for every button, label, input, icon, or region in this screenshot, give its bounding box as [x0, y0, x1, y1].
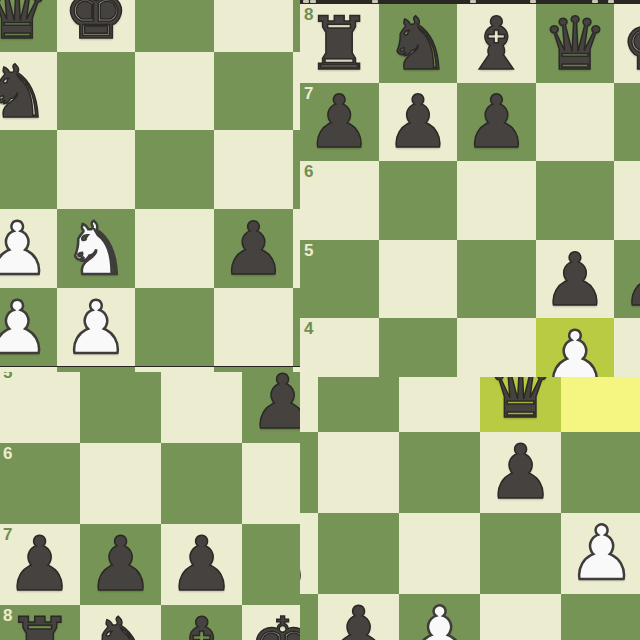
board-quadrant-top-right: 8♜♞♝♛♚7♟♟♟65♟♟4♟	[300, 0, 640, 377]
square[interactable]: 7♟	[300, 83, 379, 162]
rank-label: 8	[304, 6, 313, 23]
black-pawn[interactable]: ♟	[168, 527, 235, 602]
square[interactable]	[457, 161, 536, 240]
square[interactable]	[561, 377, 640, 432]
square[interactable]	[614, 318, 640, 377]
square[interactable]: ♟	[379, 83, 458, 162]
square[interactable]	[318, 377, 399, 432]
square[interactable]: ♟	[80, 524, 161, 605]
square[interactable]	[214, 130, 293, 209]
toolbar-text-speck	[530, 0, 536, 3]
white-pawn[interactable]: ♟	[406, 597, 473, 640]
square[interactable]	[293, 209, 300, 288]
square[interactable]	[480, 594, 561, 640]
square[interactable]: ♟	[399, 594, 480, 640]
square[interactable]	[161, 443, 242, 524]
black-pawn[interactable]: ♟	[307, 85, 372, 158]
black-pawn[interactable]: ♟	[325, 597, 392, 640]
square[interactable]	[135, 288, 214, 367]
square[interactable]: ♟	[614, 240, 640, 319]
square[interactable]	[399, 377, 480, 432]
square[interactable]: 5	[300, 240, 379, 319]
square[interactable]: ♞	[57, 209, 136, 288]
black-knight[interactable]: ♞	[0, 55, 50, 128]
square[interactable]	[135, 130, 214, 209]
black-queen[interactable]: ♛	[487, 377, 554, 429]
square[interactable]: ♟	[242, 372, 300, 443]
square[interactable]	[80, 372, 161, 443]
black-pawn[interactable]: ♟	[542, 243, 607, 316]
square[interactable]: ♟	[161, 524, 242, 605]
toolbar-text-speck	[303, 0, 309, 3]
square[interactable]	[0, 130, 57, 209]
square[interactable]: 6	[0, 443, 80, 524]
square[interactable]: ♞	[0, 52, 57, 131]
square[interactable]: ♛	[536, 4, 615, 83]
square[interactable]	[399, 513, 480, 594]
black-pawn[interactable]: ♟	[621, 243, 640, 316]
square[interactable]	[536, 161, 615, 240]
black-bishop[interactable]: ♝	[464, 7, 529, 80]
rank-label: 4	[304, 320, 313, 337]
square[interactable]	[293, 52, 300, 131]
square[interactable]	[318, 513, 399, 594]
square[interactable]: 8♜	[300, 4, 379, 83]
square[interactable]	[457, 318, 536, 377]
toolbar-text-speck	[310, 0, 316, 3]
square[interactable]	[161, 372, 242, 443]
square[interactable]: ♛	[480, 377, 561, 432]
black-pawn[interactable]: ♟	[249, 372, 300, 440]
square[interactable]: ♟	[480, 432, 561, 513]
white-knight[interactable]: ♞	[63, 212, 128, 285]
rank-label: 5	[3, 372, 12, 381]
toolbar-text-speck	[470, 0, 476, 3]
square[interactable]	[242, 524, 300, 605]
square[interactable]	[379, 240, 458, 319]
black-pawn[interactable]: ♟	[221, 212, 286, 285]
square[interactable]	[561, 432, 640, 513]
black-rook[interactable]: ♜	[307, 7, 372, 80]
rank-label: 6	[3, 445, 12, 462]
square[interactable]	[293, 0, 300, 52]
rank-label: 7	[304, 85, 313, 102]
toolbar-text-speck	[608, 0, 614, 3]
black-king[interactable]: ♚	[621, 7, 640, 80]
square[interactable]	[300, 432, 318, 513]
black-pawn[interactable]: ♟	[87, 527, 154, 602]
square[interactable]: ♟	[0, 209, 57, 288]
black-king[interactable]: ♚	[249, 608, 300, 640]
square[interactable]: ♟	[536, 240, 615, 319]
black-queen[interactable]: ♛	[0, 0, 50, 49]
square[interactable]	[457, 240, 536, 319]
black-pawn[interactable]: ♟	[464, 85, 529, 158]
square[interactable]	[135, 0, 214, 52]
black-knight[interactable]: ♞	[87, 608, 154, 640]
board-quadrant-top-left: ♛♚♞♟♞♟♟♟	[0, 0, 300, 372]
square[interactable]: ♟	[318, 594, 399, 640]
square[interactable]	[214, 52, 293, 131]
square[interactable]	[57, 130, 136, 209]
toolbar-edge-sliver	[300, 0, 640, 4]
square[interactable]: ♟	[457, 83, 536, 162]
rank-label: 8	[3, 607, 12, 624]
rank-label: 5	[304, 242, 313, 259]
square[interactable]: ♟	[561, 513, 640, 594]
square[interactable]	[293, 288, 300, 367]
square[interactable]	[318, 432, 399, 513]
black-king[interactable]: ♚	[63, 0, 128, 49]
toolbar-text-speck	[592, 0, 598, 3]
square[interactable]	[135, 209, 214, 288]
square[interactable]	[536, 83, 615, 162]
white-pawn[interactable]: ♟	[63, 291, 128, 364]
square[interactable]: ♟	[536, 318, 615, 377]
square[interactable]: ♟	[300, 513, 318, 594]
square[interactable]: ♞	[379, 4, 458, 83]
chess-collage: ♛♚♞♟♞♟♟♟ 8♜♞♝♛♚7♟♟♟65♟♟4♟ 5♟67♟♟♟8♜♞♝♚ ♛…	[0, 0, 640, 640]
square[interactable]	[379, 161, 458, 240]
square[interactable]: ♞	[80, 605, 161, 640]
square[interactable]	[57, 52, 136, 131]
square[interactable]: 7♟	[0, 524, 80, 605]
square[interactable]	[214, 288, 293, 367]
white-pawn[interactable]: ♟	[542, 321, 607, 377]
black-pawn[interactable]: ♟	[487, 435, 554, 510]
square[interactable]	[300, 594, 318, 640]
square[interactable]	[561, 594, 640, 640]
square[interactable]: ♛	[0, 0, 57, 52]
black-knight[interactable]: ♞	[385, 7, 450, 80]
square[interactable]: ♝	[457, 4, 536, 83]
square[interactable]: 8♜	[0, 605, 80, 640]
square[interactable]: 4	[300, 318, 379, 377]
square[interactable]	[614, 83, 640, 162]
square[interactable]: ♟	[214, 209, 293, 288]
white-pawn[interactable]: ♟	[0, 291, 50, 364]
black-rook[interactable]: ♜	[6, 608, 73, 640]
black-queen[interactable]: ♛	[542, 7, 607, 80]
board-quadrant-bottom-right: ♛♟♟♟♟♟	[300, 377, 640, 640]
square[interactable]: 6	[300, 161, 379, 240]
square[interactable]	[293, 130, 300, 209]
square[interactable]	[214, 0, 293, 52]
square[interactable]: ♚	[57, 0, 136, 52]
white-pawn[interactable]: ♟	[0, 212, 50, 285]
square[interactable]	[399, 432, 480, 513]
square[interactable]	[379, 318, 458, 377]
square[interactable]	[135, 52, 214, 131]
square[interactable]: ♟	[0, 288, 57, 367]
rank-label: 7	[3, 526, 12, 543]
square[interactable]: ♝	[161, 605, 242, 640]
rank-label: 6	[304, 163, 313, 180]
square[interactable]	[614, 161, 640, 240]
toolbar-text-speck	[372, 0, 378, 3]
square[interactable]	[300, 377, 318, 432]
square[interactable]	[80, 443, 161, 524]
white-pawn[interactable]: ♟	[568, 516, 635, 591]
square[interactable]: ♚	[614, 4, 640, 83]
black-pawn[interactable]: ♟	[300, 516, 311, 591]
board-quadrant-bottom-left: 5♟67♟♟♟8♜♞♝♚	[0, 372, 300, 640]
black-bishop[interactable]: ♝	[168, 608, 235, 640]
square[interactable]	[242, 443, 300, 524]
black-pawn[interactable]: ♟	[6, 527, 73, 602]
square[interactable]: 5	[0, 372, 80, 443]
black-pawn[interactable]: ♟	[385, 85, 450, 158]
square[interactable]: ♚	[242, 605, 300, 640]
square[interactable]: ♟	[57, 288, 136, 367]
square[interactable]	[480, 513, 561, 594]
